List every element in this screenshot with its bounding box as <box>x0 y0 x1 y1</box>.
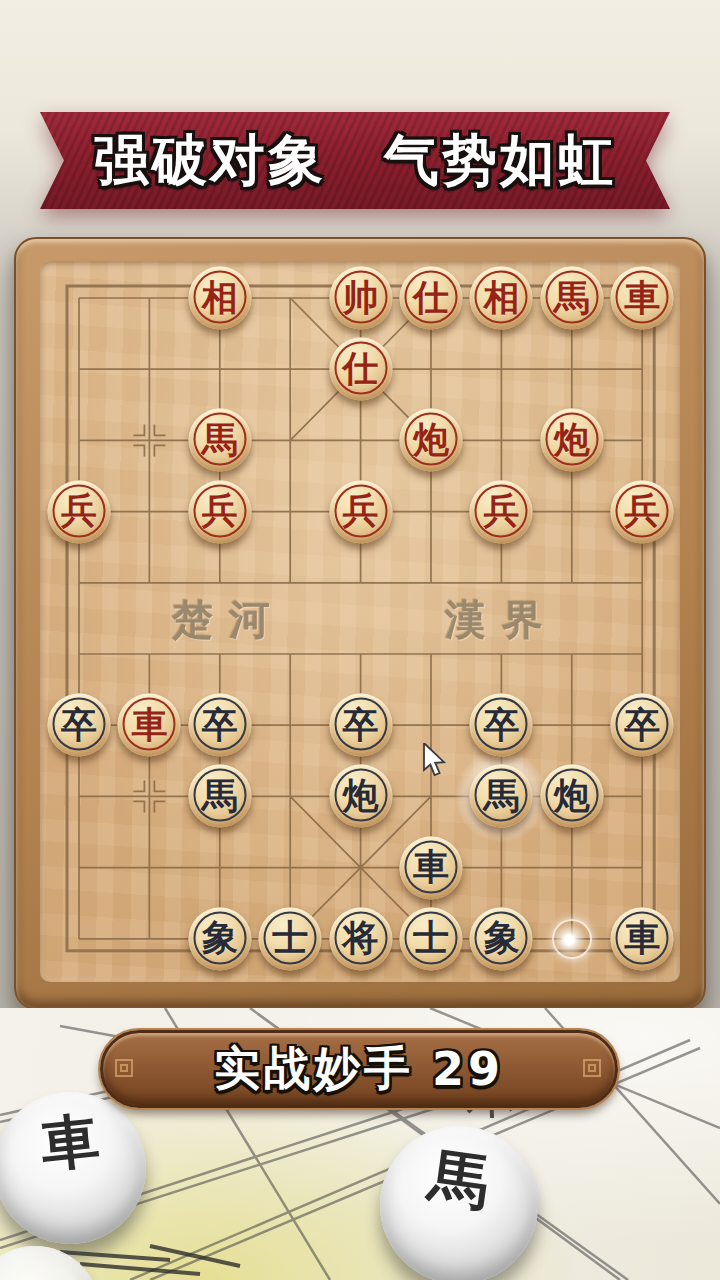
piece-black-horse[interactable]: 馬 <box>188 765 251 828</box>
piece-character: 馬 <box>470 777 533 813</box>
piece-red-soldier[interactable]: 兵 <box>611 480 674 543</box>
piece-character: 車 <box>611 919 674 955</box>
piece-character: 相 <box>188 279 251 315</box>
piece-black-soldier[interactable]: 卒 <box>470 694 533 757</box>
sketch-piece-chariot: 車 <box>0 1092 146 1244</box>
level-number: 29 <box>432 1042 504 1096</box>
piece-character: 兵 <box>329 492 392 528</box>
piece-character: 象 <box>188 919 251 955</box>
banner-title: 强破对象 气势如虹 <box>94 124 616 198</box>
xiangqi-board: 楚河 漢界 相帅仕相馬車仕馬炮炮兵兵兵兵兵車卒卒卒卒卒馬炮馬炮車象士将士象車 <box>14 237 706 1010</box>
level-label: 实战妙手 <box>214 1038 414 1100</box>
piece-character: 卒 <box>48 706 111 742</box>
piece-character: 車 <box>400 848 463 884</box>
piece-black-elephant[interactable]: 象 <box>470 907 533 970</box>
piece-black-soldier[interactable]: 卒 <box>48 694 111 757</box>
piece-character: 馬 <box>540 279 603 315</box>
piece-character: 車 <box>611 279 674 315</box>
piece-black-soldier[interactable]: 卒 <box>611 694 674 757</box>
piece-character: 卒 <box>329 706 392 742</box>
piece-red-horse[interactable]: 馬 <box>540 267 603 330</box>
piece-character: 仕 <box>329 350 392 386</box>
piece-red-soldier[interactable]: 兵 <box>470 480 533 543</box>
piece-character: 帅 <box>329 279 392 315</box>
mouse-cursor-icon <box>422 743 448 781</box>
piece-black-king[interactable]: 将 <box>329 907 392 970</box>
piece-red-king[interactable]: 帅 <box>329 267 392 330</box>
piece-black-advisor[interactable]: 士 <box>400 907 463 970</box>
piece-character: 兵 <box>48 492 111 528</box>
piece-character: 相 <box>470 279 533 315</box>
piece-character: 車 <box>118 706 181 742</box>
sketch-piece-horse: 馬 <box>380 1126 538 1280</box>
piece-character: 卒 <box>611 706 674 742</box>
piece-character: 士 <box>259 919 322 955</box>
piece-red-advisor[interactable]: 仕 <box>329 338 392 401</box>
title-ribbon: 强破对象 气势如虹 <box>40 112 670 209</box>
sketch-chariot-char: 車 <box>0 1096 150 1189</box>
piece-character: 兵 <box>188 492 251 528</box>
piece-layer: 相帅仕相馬車仕馬炮炮兵兵兵兵兵車卒卒卒卒卒馬炮馬炮車象士将士象車 <box>16 239 708 1012</box>
piece-character: 象 <box>470 919 533 955</box>
piece-black-chariot[interactable]: 車 <box>611 907 674 970</box>
piece-black-elephant[interactable]: 象 <box>188 907 251 970</box>
piece-red-elephant[interactable]: 相 <box>188 267 251 330</box>
piece-red-chariot[interactable]: 車 <box>118 694 181 757</box>
sparkle-effect <box>552 919 592 959</box>
level-plaque: 实战妙手 29 <box>100 1030 618 1108</box>
piece-red-soldier[interactable]: 兵 <box>329 480 392 543</box>
piece-character: 馬 <box>188 777 251 813</box>
piece-black-cannon[interactable]: 炮 <box>329 765 392 828</box>
piece-black-soldier[interactable]: 卒 <box>329 694 392 757</box>
piece-character: 士 <box>400 919 463 955</box>
piece-character: 炮 <box>540 777 603 813</box>
piece-character: 将 <box>329 919 392 955</box>
piece-black-cannon[interactable]: 炮 <box>540 765 603 828</box>
piece-red-elephant[interactable]: 相 <box>470 267 533 330</box>
piece-character: 卒 <box>470 706 533 742</box>
piece-black-chariot[interactable]: 車 <box>400 836 463 899</box>
piece-character: 仕 <box>400 279 463 315</box>
scroll-motif-icon <box>583 1059 603 1079</box>
piece-red-soldier[interactable]: 兵 <box>188 480 251 543</box>
piece-black-soldier[interactable]: 卒 <box>188 694 251 757</box>
piece-red-chariot[interactable]: 車 <box>611 267 674 330</box>
piece-character: 卒 <box>188 706 251 742</box>
piece-character: 炮 <box>540 421 603 457</box>
piece-red-soldier[interactable]: 兵 <box>48 480 111 543</box>
piece-character: 馬 <box>188 421 251 457</box>
piece-black-horse[interactable]: 馬 <box>470 765 533 828</box>
piece-character: 兵 <box>470 492 533 528</box>
piece-character: 炮 <box>329 777 392 813</box>
piece-character: 兵 <box>611 492 674 528</box>
piece-red-advisor[interactable]: 仕 <box>400 267 463 330</box>
piece-red-horse[interactable]: 馬 <box>188 409 251 472</box>
piece-red-cannon[interactable]: 炮 <box>540 409 603 472</box>
scroll-motif-icon <box>115 1059 135 1079</box>
piece-black-advisor[interactable]: 士 <box>259 907 322 970</box>
piece-character: 炮 <box>400 421 463 457</box>
piece-red-cannon[interactable]: 炮 <box>400 409 463 472</box>
